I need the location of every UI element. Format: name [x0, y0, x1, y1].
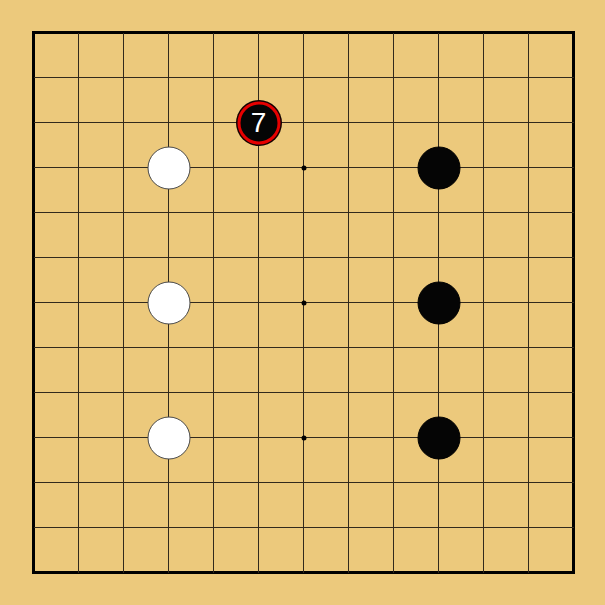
grid-line-vertical — [483, 33, 484, 573]
grid-line-vertical — [348, 33, 349, 573]
go-board[interactable]: 7 — [34, 33, 574, 573]
grid-line-horizontal — [34, 347, 574, 348]
grid-line-horizontal — [34, 527, 574, 528]
grid-line-vertical — [393, 33, 394, 573]
star-point — [301, 165, 306, 170]
grid-line-vertical — [528, 33, 529, 573]
stone-white[interactable] — [147, 281, 190, 324]
grid-line-horizontal — [34, 392, 574, 393]
star-point — [301, 435, 306, 440]
grid-line-horizontal — [34, 482, 574, 483]
stone-white[interactable] — [147, 146, 190, 189]
stone-black[interactable] — [417, 281, 460, 324]
stone-black-move-7[interactable]: 7 — [237, 101, 280, 144]
star-point — [301, 300, 306, 305]
stone-white[interactable] — [147, 416, 190, 459]
stone-black[interactable] — [417, 416, 460, 459]
move-number-label: 7 — [251, 109, 267, 137]
stone-black[interactable] — [417, 146, 460, 189]
go-diagram: 7 — [0, 0, 605, 605]
